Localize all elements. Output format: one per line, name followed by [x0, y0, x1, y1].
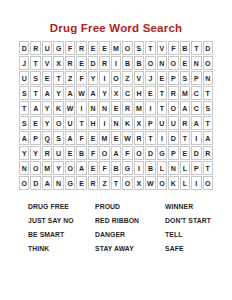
grid-cell-r10c10: O	[122, 176, 132, 190]
grid-cell-r5c12: I	[145, 101, 155, 115]
grid-cell-r3c7: Y	[88, 71, 98, 85]
grid-cell-r8c7: F	[88, 146, 98, 160]
word-list: DRUG FREEPROUDWINNERJUST SAY NORED RIBBO…	[28, 203, 218, 252]
grid-cell-r2c6: E	[76, 56, 86, 70]
grid-cell-r9c13: L	[157, 161, 167, 175]
grid-cell-r4c17: T	[203, 86, 213, 100]
word-list-item: THINK	[28, 245, 95, 252]
grid-cell-r6c12: P	[145, 116, 155, 130]
grid-cell-r7c4: S	[53, 131, 63, 145]
grid-cell-r8c4: U	[53, 146, 63, 160]
grid-cell-r9c14: N	[168, 161, 178, 175]
grid-cell-r3c15: S	[180, 71, 190, 85]
word-list-item: TELL	[165, 231, 218, 238]
grid-cell-r7c12: T	[145, 131, 155, 145]
grid-cell-r9c4: Y	[53, 161, 63, 175]
word-list-item: STAY AWAY	[95, 245, 165, 252]
grid-cell-r10c7: R	[88, 176, 98, 190]
grid-cell-r3c11: V	[134, 71, 144, 85]
grid-cell-r2c16: N	[191, 56, 201, 70]
word-list-item: DON'T START	[165, 217, 218, 224]
grid-cell-r4c12: E	[145, 86, 155, 100]
grid-cell-r1c5: F	[65, 41, 75, 55]
grid-cell-r10c9: T	[111, 176, 121, 190]
grid-cell-r7c13: I	[157, 131, 167, 145]
grid-cell-r8c16: D	[191, 146, 201, 160]
grid-cell-r6c4: O	[53, 116, 63, 130]
grid-cell-r9c3: M	[42, 161, 52, 175]
grid-cell-r6c15: R	[180, 116, 190, 130]
grid-cell-r2c1: J	[19, 56, 29, 70]
grid-cell-r5c15: A	[180, 101, 190, 115]
grid-cell-r8c10: F	[122, 146, 132, 160]
grid-cell-r6c17: T	[203, 116, 213, 130]
grid-cell-r9c8: F	[99, 161, 109, 175]
grid-cell-r8c6: B	[76, 146, 86, 160]
grid-cell-r8c12: D	[145, 146, 155, 160]
grid-cell-r2c17: O	[203, 56, 213, 70]
grid-cell-r6c9: N	[111, 116, 121, 130]
grid-cell-r2c11: B	[134, 56, 144, 70]
grid-cell-r6c6: T	[76, 116, 86, 130]
grid-cell-r5c17: S	[203, 101, 213, 115]
grid-cell-r3c8: I	[99, 71, 109, 85]
grid-cell-r10c1: O	[19, 176, 29, 190]
grid-cell-r8c1: Y	[19, 146, 29, 160]
grid-cell-r4c10: C	[122, 86, 132, 100]
grid-cell-r9c2: O	[30, 161, 40, 175]
grid-cell-r1c2: R	[30, 41, 40, 55]
grid-cell-r8c14: P	[168, 146, 178, 160]
grid-cell-r10c5: G	[65, 176, 75, 190]
grid-cell-r3c17: N	[203, 71, 213, 85]
grid-cell-r1c9: M	[111, 41, 121, 55]
grid-cell-r7c11: R	[134, 131, 144, 145]
grid-cell-r6c1: S	[19, 116, 29, 130]
grid-cell-r8c3: R	[42, 146, 52, 160]
grid-cell-r6c16: A	[191, 116, 201, 130]
word-list-item: WINNER	[165, 203, 218, 210]
grid-cell-r2c10: B	[122, 56, 132, 70]
grid-cell-r9c15: L	[180, 161, 190, 175]
grid-cell-r7c8: M	[99, 131, 109, 145]
grid-cell-r1c15: B	[180, 41, 190, 55]
grid-cell-r1c10: O	[122, 41, 132, 55]
grid-cell-r9c1: N	[19, 161, 29, 175]
grid-cell-r5c4: K	[53, 101, 63, 115]
grid-cell-r1c16: T	[191, 41, 201, 55]
word-search-page: Drug Free Word Search DRUGFREEMOSTVFBTDJ…	[0, 0, 232, 300]
grid-cell-r10c6: E	[76, 176, 86, 190]
grid-cell-r5c6: I	[76, 101, 86, 115]
grid-cell-r5c16: C	[191, 101, 201, 115]
grid-cell-r8c2: Y	[30, 146, 40, 160]
grid-cell-r6c11: X	[134, 116, 144, 130]
word-search-grid: DRUGFREEMOSTVFBTDJTVXREDRIBBONOENOUSETZF…	[19, 41, 213, 190]
grid-cell-r4c3: A	[42, 86, 52, 100]
grid-cell-r3c14: P	[168, 71, 178, 85]
grid-cell-r4c4: Y	[53, 86, 63, 100]
grid-cell-r8c17: R	[203, 146, 213, 160]
grid-cell-r6c3: Y	[42, 116, 52, 130]
grid-cell-r5c11: M	[134, 101, 144, 115]
grid-cell-r1c6: R	[76, 41, 86, 55]
grid-cell-r1c14: F	[168, 41, 178, 55]
grid-cell-r6c2: E	[30, 116, 40, 130]
grid-cell-r5c9: E	[111, 101, 121, 115]
puzzle-title: Drug Free Word Search	[0, 0, 232, 34]
grid-cell-r6c8: I	[99, 116, 109, 130]
grid-cell-r2c7: D	[88, 56, 98, 70]
grid-cell-r5c8: N	[99, 101, 109, 115]
grid-cell-r5c1: T	[19, 101, 29, 115]
grid-cell-r10c16: I	[191, 176, 201, 190]
grid-cell-r3c4: T	[53, 71, 63, 85]
grid-cell-r5c13: T	[157, 101, 167, 115]
grid-cell-r8c11: O	[134, 146, 144, 160]
grid-cell-r7c3: Q	[42, 131, 52, 145]
grid-cell-r1c7: E	[88, 41, 98, 55]
grid-cell-r4c16: C	[191, 86, 201, 100]
grid-cell-r4c1: S	[19, 86, 29, 100]
grid-cell-r9c17: T	[203, 161, 213, 175]
grid-cell-r4c7: A	[88, 86, 98, 100]
grid-cell-r2c13: N	[157, 56, 167, 70]
grid-cell-r5c2: A	[30, 101, 40, 115]
grid-cell-r10c15: L	[180, 176, 190, 190]
grid-cell-r9c10: G	[122, 161, 132, 175]
grid-cell-r9c12: B	[145, 161, 155, 175]
grid-cell-r10c17: O	[203, 176, 213, 190]
grid-cell-r4c15: M	[180, 86, 190, 100]
grid-cell-r8c13: G	[157, 146, 167, 160]
grid-cell-r7c5: A	[65, 131, 75, 145]
grid-cell-r10c2: D	[30, 176, 40, 190]
grid-cell-r10c11: X	[134, 176, 144, 190]
grid-cell-r1c8: E	[99, 41, 109, 55]
grid-cell-r3c3: E	[42, 71, 52, 85]
grid-cell-r3c12: J	[145, 71, 155, 85]
grid-cell-r3c16: P	[191, 71, 201, 85]
grid-cell-r10c3: A	[42, 176, 52, 190]
grid-cell-r9c7: E	[88, 161, 98, 175]
grid-cell-r7c1: A	[19, 131, 29, 145]
grid-cell-r6c10: K	[122, 116, 132, 130]
word-list-item: DRUG FREE	[28, 203, 95, 210]
word-list-item: RED RIBBON	[95, 217, 165, 224]
grid-cell-r4c9: X	[111, 86, 121, 100]
grid-cell-r9c16: P	[191, 161, 201, 175]
grid-cell-r4c13: T	[157, 86, 167, 100]
grid-cell-r7c6: F	[76, 131, 86, 145]
grid-cell-r2c4: X	[53, 56, 63, 70]
word-list-item: PROUD	[95, 203, 165, 210]
grid-cell-r10c14: K	[168, 176, 178, 190]
grid-cell-r7c7: E	[88, 131, 98, 145]
grid-cell-r4c8: Y	[99, 86, 109, 100]
grid-cell-r8c15: E	[180, 146, 190, 160]
grid-cell-r8c9: A	[111, 146, 121, 160]
grid-cell-r1c11: S	[134, 41, 144, 55]
grid-cell-r9c6: A	[76, 161, 86, 175]
grid-cell-r1c3: U	[42, 41, 52, 55]
grid-cell-r10c4: N	[53, 176, 63, 190]
grid-cell-r9c11: I	[134, 161, 144, 175]
grid-cell-r5c5: W	[65, 101, 75, 115]
grid-cell-r4c6: W	[76, 86, 86, 100]
grid-cell-r6c7: H	[88, 116, 98, 130]
grid-cell-r7c10: W	[122, 131, 132, 145]
grid-cell-r4c2: T	[30, 86, 40, 100]
grid-cell-r6c14: U	[168, 116, 178, 130]
grid-cell-r4c14: R	[168, 86, 178, 100]
grid-cell-r2c8: R	[99, 56, 109, 70]
grid-cell-r3c1: U	[19, 71, 29, 85]
grid-cell-r3c9: O	[111, 71, 121, 85]
grid-cell-r3c6: F	[76, 71, 86, 85]
grid-cell-r10c13: O	[157, 176, 167, 190]
word-list-item: BE SMART	[28, 231, 95, 238]
grid-cell-r4c11: H	[134, 86, 144, 100]
grid-cell-r7c17: A	[203, 131, 213, 145]
grid-cell-r5c10: R	[122, 101, 132, 115]
grid-cell-r2c5: R	[65, 56, 75, 70]
grid-cell-r1c12: T	[145, 41, 155, 55]
word-list-item: JUST SAY NO	[28, 217, 95, 224]
grid-cell-r7c9: E	[111, 131, 121, 145]
grid-cell-r4c5: A	[65, 86, 75, 100]
grid-cell-r7c2: P	[30, 131, 40, 145]
grid-cell-r9c5: O	[65, 161, 75, 175]
grid-cell-r3c5: Z	[65, 71, 75, 85]
grid-cell-r2c12: O	[145, 56, 155, 70]
word-list-item: DANGER	[95, 231, 165, 238]
grid-cell-r3c13: E	[157, 71, 167, 85]
grid-cell-r5c7: N	[88, 101, 98, 115]
grid-cell-r2c9: I	[111, 56, 121, 70]
grid-cell-r8c8: O	[99, 146, 109, 160]
grid-cell-r8c5: E	[65, 146, 75, 160]
grid-cell-r3c2: S	[30, 71, 40, 85]
grid-cell-r7c15: T	[180, 131, 190, 145]
grid-cell-r7c16: I	[191, 131, 201, 145]
grid-cell-r9c9: B	[111, 161, 121, 175]
grid-cell-r2c3: V	[42, 56, 52, 70]
grid-cell-r6c5: U	[65, 116, 75, 130]
grid-cell-r1c17: D	[203, 41, 213, 55]
grid-cell-r10c8: Z	[99, 176, 109, 190]
word-list-item: SAFE	[165, 245, 218, 252]
grid-cell-r1c1: D	[19, 41, 29, 55]
grid-cell-r2c2: T	[30, 56, 40, 70]
grid-cell-r6c13: U	[157, 116, 167, 130]
grid-cell-r10c12: W	[145, 176, 155, 190]
grid-cell-r2c14: O	[168, 56, 178, 70]
grid-cell-r1c13: V	[157, 41, 167, 55]
grid-cell-r7c14: D	[168, 131, 178, 145]
grid-cell-r3c10: Z	[122, 71, 132, 85]
grid-cell-r2c15: E	[180, 56, 190, 70]
grid-cell-r5c3: Y	[42, 101, 52, 115]
grid-cell-r1c4: G	[53, 41, 63, 55]
grid-cell-r5c14: O	[168, 101, 178, 115]
